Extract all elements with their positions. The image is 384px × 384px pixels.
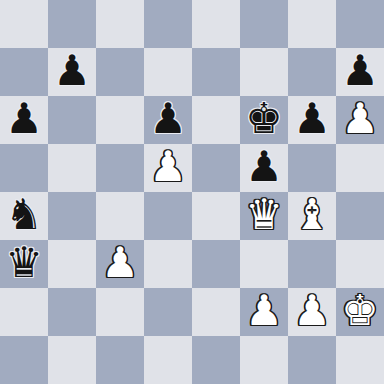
square-e6[interactable] — [192, 96, 240, 144]
square-h5[interactable] — [336, 144, 384, 192]
square-c3[interactable]: ♟ — [96, 240, 144, 288]
square-d2[interactable] — [144, 288, 192, 336]
square-d6[interactable]: ♟ — [144, 96, 192, 144]
square-h8[interactable] — [336, 0, 384, 48]
piece-black-pawn: ♟ — [293, 95, 331, 143]
square-b8[interactable] — [48, 0, 96, 48]
square-d7[interactable] — [144, 48, 192, 96]
square-h6[interactable]: ♟ — [336, 96, 384, 144]
square-h3[interactable] — [336, 240, 384, 288]
piece-black-pawn: ♟ — [149, 95, 187, 143]
square-g1[interactable] — [288, 336, 336, 384]
square-f3[interactable] — [240, 240, 288, 288]
square-a3[interactable]: ♛ — [0, 240, 48, 288]
square-f1[interactable] — [240, 336, 288, 384]
piece-white-pawn: ♟ — [245, 287, 283, 335]
square-c1[interactable] — [96, 336, 144, 384]
square-a5[interactable] — [0, 144, 48, 192]
piece-white-pawn: ♟ — [149, 143, 187, 191]
square-g4[interactable]: ♝ — [288, 192, 336, 240]
square-e1[interactable] — [192, 336, 240, 384]
chess-board: ♟♟♟♟♚♟♟♟♟♞♛♝♛♟♟♟♚ — [0, 0, 384, 384]
square-d1[interactable] — [144, 336, 192, 384]
piece-white-king: ♚ — [341, 287, 379, 335]
square-h4[interactable] — [336, 192, 384, 240]
square-c8[interactable] — [96, 0, 144, 48]
square-b6[interactable] — [48, 96, 96, 144]
piece-white-pawn: ♟ — [293, 287, 331, 335]
square-f7[interactable] — [240, 48, 288, 96]
piece-black-pawn: ♟ — [53, 47, 91, 95]
square-f4[interactable]: ♛ — [240, 192, 288, 240]
square-c6[interactable] — [96, 96, 144, 144]
square-d4[interactable] — [144, 192, 192, 240]
square-f5[interactable]: ♟ — [240, 144, 288, 192]
square-e7[interactable] — [192, 48, 240, 96]
square-b7[interactable]: ♟ — [48, 48, 96, 96]
square-d3[interactable] — [144, 240, 192, 288]
square-c2[interactable] — [96, 288, 144, 336]
piece-white-queen: ♛ — [245, 191, 283, 239]
square-g2[interactable]: ♟ — [288, 288, 336, 336]
square-c4[interactable] — [96, 192, 144, 240]
square-b5[interactable] — [48, 144, 96, 192]
square-e8[interactable] — [192, 0, 240, 48]
square-a8[interactable] — [0, 0, 48, 48]
square-f2[interactable]: ♟ — [240, 288, 288, 336]
square-c5[interactable] — [96, 144, 144, 192]
square-c7[interactable] — [96, 48, 144, 96]
square-b1[interactable] — [48, 336, 96, 384]
square-f8[interactable] — [240, 0, 288, 48]
square-b2[interactable] — [48, 288, 96, 336]
square-e5[interactable] — [192, 144, 240, 192]
piece-white-pawn: ♟ — [101, 239, 139, 287]
square-g5[interactable] — [288, 144, 336, 192]
piece-black-pawn: ♟ — [245, 143, 283, 191]
square-h7[interactable]: ♟ — [336, 48, 384, 96]
square-g8[interactable] — [288, 0, 336, 48]
square-h1[interactable] — [336, 336, 384, 384]
square-a4[interactable]: ♞ — [0, 192, 48, 240]
square-g3[interactable] — [288, 240, 336, 288]
square-d5[interactable]: ♟ — [144, 144, 192, 192]
square-e2[interactable] — [192, 288, 240, 336]
piece-white-pawn: ♟ — [341, 95, 379, 143]
square-g6[interactable]: ♟ — [288, 96, 336, 144]
square-b4[interactable] — [48, 192, 96, 240]
piece-black-pawn: ♟ — [341, 47, 379, 95]
square-d8[interactable] — [144, 0, 192, 48]
square-e3[interactable] — [192, 240, 240, 288]
piece-black-pawn: ♟ — [5, 95, 43, 143]
square-a6[interactable]: ♟ — [0, 96, 48, 144]
square-b3[interactable] — [48, 240, 96, 288]
square-a7[interactable] — [0, 48, 48, 96]
square-f6[interactable]: ♚ — [240, 96, 288, 144]
piece-white-bishop: ♝ — [293, 191, 331, 239]
square-a2[interactable] — [0, 288, 48, 336]
square-g7[interactable] — [288, 48, 336, 96]
square-a1[interactable] — [0, 336, 48, 384]
piece-black-knight: ♞ — [5, 191, 43, 239]
square-h2[interactable]: ♚ — [336, 288, 384, 336]
piece-black-queen: ♛ — [5, 239, 43, 287]
square-e4[interactable] — [192, 192, 240, 240]
piece-black-king: ♚ — [245, 95, 283, 143]
